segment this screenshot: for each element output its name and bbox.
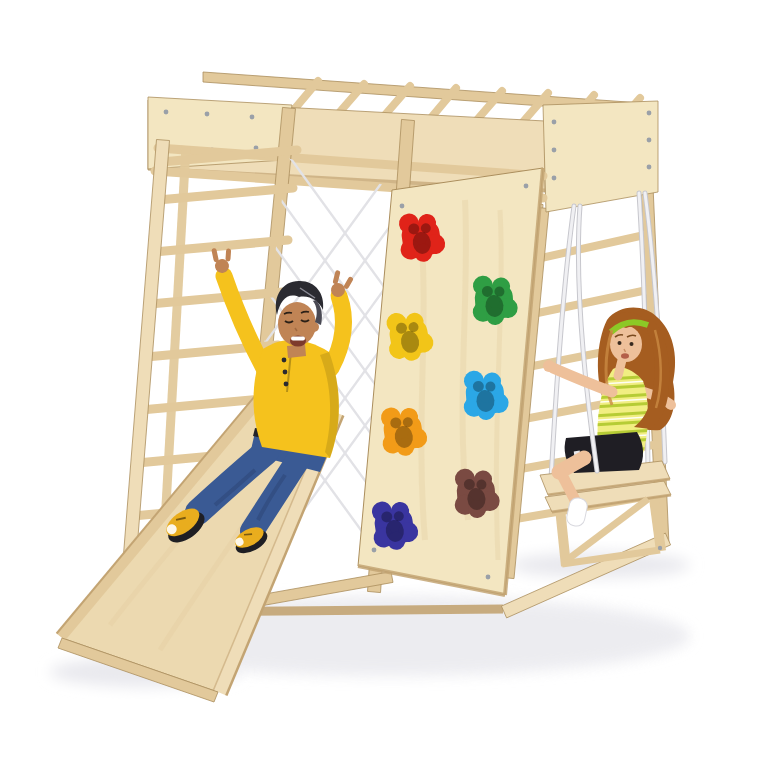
girl-right-hand (666, 400, 676, 410)
boy-shirt-button-3 (284, 382, 289, 387)
girl-left-hand (543, 360, 555, 372)
girl-neck (618, 360, 622, 376)
boy-shirt-button (282, 358, 287, 363)
playset-illustration (0, 0, 768, 768)
boy-shirt-button-2 (283, 370, 288, 375)
boy-ear (309, 322, 319, 332)
product-photo (0, 0, 768, 768)
